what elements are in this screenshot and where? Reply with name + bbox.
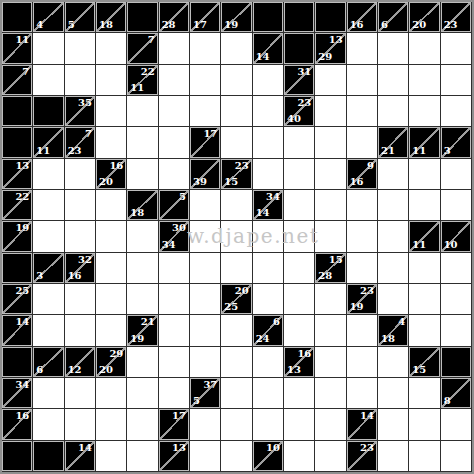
clue-cell: 3 [33, 253, 64, 284]
clue-cell: 3034 [159, 221, 190, 252]
across-clue-number: 7 [148, 35, 155, 45]
entry-cell[interactable] [378, 284, 409, 315]
across-clue-number: 17 [203, 129, 217, 139]
entry-cell[interactable] [253, 127, 284, 158]
entry-cell[interactable] [253, 347, 284, 378]
clue-cell: 28 [159, 2, 190, 33]
entry-cell[interactable] [347, 190, 378, 221]
clue-cell: 5 [159, 190, 190, 221]
down-clue-number: 24 [256, 334, 270, 344]
entry-cell[interactable] [190, 315, 221, 346]
entry-cell[interactable] [409, 96, 440, 127]
entry-cell[interactable] [284, 127, 315, 158]
down-clue-number: 10 [444, 240, 458, 250]
entry-cell[interactable] [96, 315, 127, 346]
clue-cell: 23 [441, 2, 472, 33]
clue-cell: 17 [159, 409, 190, 440]
entry-cell[interactable] [221, 315, 252, 346]
entry-cell[interactable] [378, 378, 409, 409]
entry-cell[interactable] [441, 409, 472, 440]
entry-cell[interactable] [127, 347, 158, 378]
entry-cell[interactable] [159, 315, 190, 346]
entry-cell[interactable] [315, 378, 346, 409]
clue-cell: 3 [441, 127, 472, 158]
entry-cell[interactable] [315, 284, 346, 315]
clue-cell: 10 [441, 221, 472, 252]
across-clue-number: 22 [141, 67, 155, 77]
entry-cell[interactable] [441, 96, 472, 127]
down-clue-number: 6 [381, 20, 388, 30]
entry-cell[interactable] [190, 221, 221, 252]
entry-cell[interactable] [65, 190, 96, 221]
down-clue-number: 11 [36, 146, 50, 156]
entry-cell[interactable] [221, 409, 252, 440]
entry-cell[interactable] [65, 409, 96, 440]
black-cell [2, 96, 33, 127]
entry-cell[interactable] [33, 159, 64, 190]
across-clue-number: 29 [109, 349, 123, 359]
down-clue-number: 20 [412, 20, 426, 30]
entry-cell[interactable] [284, 441, 315, 472]
entry-cell[interactable] [65, 65, 96, 96]
clue-cell: 1613 [284, 347, 315, 378]
down-clue-number: 11 [412, 146, 426, 156]
black-cell [2, 253, 33, 284]
clue-cell: 8 [441, 378, 472, 409]
entry-cell[interactable] [96, 190, 127, 221]
clue-cell: 2340 [284, 96, 315, 127]
black-cell [284, 33, 315, 64]
black-cell [127, 2, 158, 33]
across-clue-number: 14 [360, 411, 374, 421]
entry-cell[interactable] [441, 253, 472, 284]
entry-cell[interactable] [284, 159, 315, 190]
clue-cell: 14 [65, 441, 96, 472]
entry-cell[interactable] [378, 159, 409, 190]
entry-cell[interactable] [190, 284, 221, 315]
across-clue-number: 16 [109, 161, 123, 171]
entry-cell[interactable] [315, 65, 346, 96]
entry-cell[interactable] [65, 378, 96, 409]
entry-cell[interactable] [159, 284, 190, 315]
entry-cell[interactable] [347, 378, 378, 409]
entry-cell[interactable] [33, 65, 64, 96]
entry-cell[interactable] [96, 221, 127, 252]
across-clue-number: 32 [78, 255, 92, 265]
entry-cell[interactable] [221, 347, 252, 378]
entry-cell[interactable] [33, 33, 64, 64]
entry-cell[interactable] [127, 253, 158, 284]
entry-cell[interactable] [284, 253, 315, 284]
entry-cell[interactable] [284, 378, 315, 409]
clue-cell: 25 [2, 284, 33, 315]
down-clue-number: 23 [444, 20, 458, 30]
down-clue-number: 20 [99, 177, 113, 187]
clue-cell: 12 [65, 347, 96, 378]
entry-cell[interactable] [409, 190, 440, 221]
clue-cell: 2119 [127, 315, 158, 346]
entry-cell[interactable] [315, 190, 346, 221]
entry-cell[interactable] [127, 409, 158, 440]
entry-cell[interactable] [441, 33, 472, 64]
across-clue-number: 5 [179, 192, 186, 202]
clue-cell: 15 [409, 347, 440, 378]
entry-cell[interactable] [159, 65, 190, 96]
down-clue-number: 29 [318, 52, 332, 62]
clue-cell: 2319 [347, 284, 378, 315]
black-cell [33, 441, 64, 472]
entry-cell[interactable] [441, 441, 472, 472]
clue-cell: 7 [2, 65, 33, 96]
entry-cell[interactable] [65, 315, 96, 346]
clue-cell: 2920 [96, 347, 127, 378]
entry-cell[interactable] [96, 441, 127, 472]
down-clue-number: 15 [224, 177, 238, 187]
clue-cell: 17 [190, 2, 221, 33]
entry-cell[interactable] [441, 190, 472, 221]
clue-cell: 14 [253, 33, 284, 64]
entry-cell[interactable] [347, 253, 378, 284]
clue-cell: 20 [409, 2, 440, 33]
across-clue-number: 34 [266, 192, 280, 202]
down-clue-number: 12 [68, 365, 82, 375]
entry-cell[interactable] [315, 127, 346, 158]
across-clue-number: 37 [203, 380, 217, 390]
clue-cell: 13 [2, 159, 33, 190]
entry-cell[interactable] [190, 65, 221, 96]
entry-cell[interactable] [347, 65, 378, 96]
down-clue-number: 3 [36, 271, 43, 281]
clue-cell: 14 [347, 409, 378, 440]
clue-cell: 6 [33, 347, 64, 378]
clue-cell: 2315 [221, 159, 252, 190]
across-clue-number: 13 [15, 161, 29, 171]
entry-cell[interactable] [253, 378, 284, 409]
down-clue-number: 5 [193, 396, 200, 406]
entry-cell[interactable] [347, 221, 378, 252]
entry-cell[interactable] [253, 253, 284, 284]
entry-cell[interactable] [347, 96, 378, 127]
clue-cell: 624 [253, 315, 284, 346]
down-clue-number: 28 [318, 271, 332, 281]
across-clue-number: 11 [15, 35, 29, 45]
across-clue-number: 31 [297, 67, 311, 77]
black-cell [441, 347, 472, 378]
entry-cell[interactable] [190, 347, 221, 378]
down-clue-number: 16 [350, 20, 364, 30]
entry-cell[interactable] [96, 65, 127, 96]
clue-cell: 11 [409, 221, 440, 252]
black-cell [2, 127, 33, 158]
entry-cell[interactable] [221, 65, 252, 96]
clue-cell: 13 [159, 441, 190, 472]
entry-cell[interactable] [409, 65, 440, 96]
entry-cell[interactable] [378, 65, 409, 96]
entry-cell[interactable] [378, 409, 409, 440]
across-clue-number: 6 [273, 317, 280, 327]
across-clue-number: 25 [15, 286, 29, 296]
across-clue-number: 14 [15, 317, 29, 327]
across-clue-number: 9 [367, 161, 374, 171]
down-clue-number: 40 [287, 114, 301, 124]
entry-cell[interactable] [127, 127, 158, 158]
entry-cell[interactable] [409, 33, 440, 64]
entry-cell[interactable] [190, 441, 221, 472]
down-clue-number: 19 [224, 20, 238, 30]
entry-cell[interactable] [253, 284, 284, 315]
down-clue-number: 16 [68, 271, 82, 281]
clue-cell: 11 [33, 127, 64, 158]
entry-cell[interactable] [159, 347, 190, 378]
clue-cell: 7 [127, 33, 158, 64]
down-clue-number: 17 [193, 20, 207, 30]
entry-cell[interactable] [315, 347, 346, 378]
down-clue-number: 8 [444, 396, 451, 406]
black-cell [2, 2, 33, 33]
across-clue-number: 4 [398, 317, 405, 327]
across-clue-number: 10 [266, 443, 280, 453]
entry-cell[interactable] [378, 347, 409, 378]
across-clue-number: 23 [235, 161, 249, 171]
clue-cell: 375 [190, 378, 221, 409]
entry-cell[interactable] [190, 409, 221, 440]
down-clue-number: 11 [412, 240, 426, 250]
down-clue-number: 14 [256, 52, 270, 62]
entry-cell[interactable] [96, 409, 127, 440]
entry-cell[interactable] [221, 33, 252, 64]
clue-cell: 17 [190, 127, 221, 158]
down-clue-number: 25 [224, 302, 238, 312]
down-clue-number: 23 [68, 146, 82, 156]
clue-cell: 723 [65, 127, 96, 158]
entry-cell[interactable] [409, 441, 440, 472]
down-clue-number: 20 [99, 365, 113, 375]
clue-cell: 11 [409, 127, 440, 158]
down-clue-number: 34 [162, 240, 176, 250]
black-cell [2, 347, 33, 378]
black-cell [33, 96, 64, 127]
entry-cell[interactable] [127, 378, 158, 409]
entry-cell[interactable] [378, 190, 409, 221]
across-clue-number: 34 [15, 380, 29, 390]
black-cell [315, 2, 346, 33]
across-clue-number: 20 [235, 286, 249, 296]
entry-cell[interactable] [33, 221, 64, 252]
clue-cell: 5 [65, 2, 96, 33]
entry-cell[interactable] [190, 96, 221, 127]
clue-cell: 11 [2, 33, 33, 64]
entry-cell[interactable] [127, 284, 158, 315]
kakuro-puzzle: 4518281719166202311714132972211313523401… [0, 0, 474, 474]
down-clue-number: 13 [287, 365, 301, 375]
entry-cell[interactable] [315, 409, 346, 440]
across-clue-number: 15 [329, 255, 343, 265]
entry-cell[interactable] [127, 159, 158, 190]
across-clue-number: 13 [329, 35, 343, 45]
down-clue-number: 3 [444, 146, 451, 156]
entry-cell[interactable] [190, 190, 221, 221]
entry-cell[interactable] [33, 190, 64, 221]
entry-cell[interactable] [33, 284, 64, 315]
across-clue-number: 19 [15, 223, 29, 233]
entry-cell[interactable] [159, 127, 190, 158]
entry-cell[interactable] [347, 127, 378, 158]
black-cell [2, 441, 33, 472]
clue-cell: 418 [378, 315, 409, 346]
down-clue-number: 14 [256, 208, 270, 218]
entry-cell[interactable] [190, 253, 221, 284]
entry-cell[interactable] [441, 65, 472, 96]
entry-cell[interactable] [253, 221, 284, 252]
down-clue-number: 6 [36, 365, 43, 375]
entry-cell[interactable] [65, 221, 96, 252]
down-clue-number: 19 [350, 302, 364, 312]
across-clue-number: 13 [172, 443, 186, 453]
entry-cell[interactable] [284, 221, 315, 252]
entry-cell[interactable] [378, 253, 409, 284]
across-clue-number: 16 [297, 349, 311, 359]
entry-cell[interactable] [127, 96, 158, 127]
clue-cell: 16 [2, 409, 33, 440]
entry-cell[interactable] [253, 409, 284, 440]
clue-cell: 21 [378, 127, 409, 158]
clue-cell: 10 [253, 441, 284, 472]
across-clue-number: 23 [297, 98, 311, 108]
clue-cell: 4 [33, 2, 64, 33]
entry-cell[interactable] [221, 378, 252, 409]
entry-cell[interactable] [190, 33, 221, 64]
entry-cell[interactable] [221, 96, 252, 127]
clue-cell: 3414 [253, 190, 284, 221]
clue-cell: 2211 [127, 65, 158, 96]
across-clue-number: 17 [172, 411, 186, 421]
clue-cell: 14 [2, 315, 33, 346]
entry-cell[interactable] [33, 315, 64, 346]
entry-cell[interactable] [221, 221, 252, 252]
entry-cell[interactable] [159, 96, 190, 127]
clue-cell: 3216 [65, 253, 96, 284]
down-clue-number: 4 [36, 20, 43, 30]
entry-cell[interactable] [409, 409, 440, 440]
entry-cell[interactable] [409, 253, 440, 284]
down-clue-number: 39 [193, 177, 207, 187]
entry-cell[interactable] [253, 65, 284, 96]
entry-cell[interactable] [315, 315, 346, 346]
clue-cell: 1528 [315, 253, 346, 284]
clue-cell: 6 [378, 2, 409, 33]
clue-cell: 2025 [221, 284, 252, 315]
down-clue-number: 28 [162, 20, 176, 30]
clue-cell: 19 [221, 2, 252, 33]
entry-cell[interactable] [65, 159, 96, 190]
entry-cell[interactable] [378, 33, 409, 64]
clue-cell: 39 [190, 159, 221, 190]
clue-cell: 31 [284, 65, 315, 96]
down-clue-number: 18 [130, 208, 144, 218]
entry-cell[interactable] [33, 378, 64, 409]
entry-cell[interactable] [378, 221, 409, 252]
entry-cell[interactable] [409, 284, 440, 315]
entry-cell[interactable] [315, 96, 346, 127]
entry-cell[interactable] [65, 284, 96, 315]
entry-cell[interactable] [96, 96, 127, 127]
entry-cell[interactable] [33, 409, 64, 440]
clue-cell: 1620 [96, 159, 127, 190]
across-clue-number: 7 [85, 129, 92, 139]
kakuro-board: 4518281719166202311714132972211313523401… [0, 0, 474, 474]
entry-cell[interactable] [284, 284, 315, 315]
black-cell [253, 2, 284, 33]
entry-cell[interactable] [221, 127, 252, 158]
entry-cell[interactable] [96, 378, 127, 409]
entry-cell[interactable] [253, 96, 284, 127]
down-clue-number: 19 [130, 334, 144, 344]
entry-cell[interactable] [96, 33, 127, 64]
entry-cell[interactable] [96, 253, 127, 284]
entry-cell[interactable] [159, 159, 190, 190]
entry-cell[interactable] [347, 315, 378, 346]
across-clue-number: 16 [15, 411, 29, 421]
entry-cell[interactable] [284, 190, 315, 221]
across-clue-number: 23 [360, 443, 374, 453]
entry-cell[interactable] [253, 159, 284, 190]
entry-cell[interactable] [96, 284, 127, 315]
entry-cell[interactable] [159, 253, 190, 284]
clue-cell: 16 [347, 2, 378, 33]
entry-cell[interactable] [284, 409, 315, 440]
entry-cell[interactable] [159, 33, 190, 64]
entry-cell[interactable] [441, 315, 472, 346]
entry-cell[interactable] [441, 284, 472, 315]
entry-cell[interactable] [347, 347, 378, 378]
entry-cell[interactable] [96, 127, 127, 158]
across-clue-number: 35 [78, 98, 92, 108]
entry-cell[interactable] [65, 33, 96, 64]
clue-cell: 18 [96, 2, 127, 33]
entry-cell[interactable] [284, 315, 315, 346]
entry-cell[interactable] [378, 441, 409, 472]
clue-cell: 22 [2, 190, 33, 221]
entry-cell[interactable] [159, 378, 190, 409]
down-clue-number: 11 [130, 83, 144, 93]
entry-cell[interactable] [409, 159, 440, 190]
down-clue-number: 21 [381, 146, 395, 156]
entry-cell[interactable] [221, 253, 252, 284]
clue-cell: 19 [2, 221, 33, 252]
down-clue-number: 5 [68, 20, 75, 30]
down-clue-number: 18 [381, 334, 395, 344]
clue-cell: 34 [2, 378, 33, 409]
entry-cell[interactable] [315, 221, 346, 252]
entry-cell[interactable] [127, 221, 158, 252]
entry-cell[interactable] [221, 441, 252, 472]
across-clue-number: 30 [172, 223, 186, 233]
entry-cell[interactable] [378, 96, 409, 127]
across-clue-number: 7 [22, 67, 29, 77]
entry-cell[interactable] [315, 441, 346, 472]
clue-cell: 35 [65, 96, 96, 127]
entry-cell[interactable] [409, 378, 440, 409]
down-clue-number: 18 [99, 20, 113, 30]
clue-cell: 1329 [315, 33, 346, 64]
entry-cell[interactable] [127, 441, 158, 472]
entry-cell[interactable] [347, 33, 378, 64]
entry-cell[interactable] [221, 190, 252, 221]
entry-cell[interactable] [441, 159, 472, 190]
entry-cell[interactable] [315, 159, 346, 190]
clue-cell: 23 [347, 441, 378, 472]
entry-cell[interactable] [409, 315, 440, 346]
